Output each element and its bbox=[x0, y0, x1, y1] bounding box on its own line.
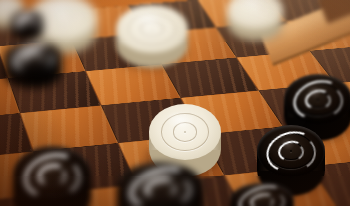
piece-top-face bbox=[257, 125, 325, 177]
checker-piece-black[interactable] bbox=[13, 146, 91, 206]
piece-top-face bbox=[4, 41, 62, 73]
checker-piece-white[interactable] bbox=[227, 0, 283, 41]
checker-piece-white[interactable] bbox=[116, 5, 188, 68]
piece-top-face bbox=[284, 74, 350, 124]
checkers-board-photo bbox=[0, 0, 350, 206]
checker-piece-black[interactable] bbox=[4, 41, 62, 88]
pieces-layer bbox=[0, 0, 350, 206]
checker-piece-black[interactable] bbox=[230, 183, 294, 206]
checker-piece-black[interactable] bbox=[117, 162, 203, 206]
piece-top-face bbox=[13, 146, 91, 204]
piece-groove-ring bbox=[6, 8, 8, 10]
piece-top-face bbox=[117, 162, 203, 206]
piece-top-face bbox=[116, 5, 188, 53]
checker-piece-black[interactable] bbox=[11, 10, 43, 40]
piece-top-face bbox=[230, 183, 294, 206]
piece-top-face bbox=[149, 104, 221, 160]
piece-groove-ring bbox=[151, 29, 153, 31]
piece-top-face bbox=[11, 10, 43, 32]
